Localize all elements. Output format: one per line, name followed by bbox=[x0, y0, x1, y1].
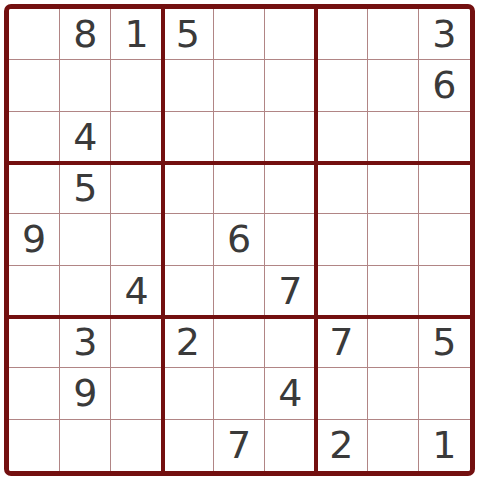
cell-r8c1[interactable] bbox=[9, 368, 60, 419]
cell-r7c2[interactable]: 3 bbox=[60, 317, 111, 368]
cell-r1c9[interactable]: 3 bbox=[419, 9, 470, 60]
cell-r5c2[interactable] bbox=[60, 214, 111, 265]
cell-r6c7[interactable] bbox=[316, 266, 367, 317]
cell-r2c7[interactable] bbox=[316, 60, 367, 111]
cell-r7c3[interactable] bbox=[111, 317, 162, 368]
sudoku-page: 81536459647327594721 bbox=[0, 0, 479, 480]
cell-r4c4[interactable] bbox=[163, 163, 214, 214]
cell-r1c1[interactable] bbox=[9, 9, 60, 60]
cell-r7c8[interactable] bbox=[368, 317, 419, 368]
cell-r2c1[interactable] bbox=[9, 60, 60, 111]
cell-r6c1[interactable] bbox=[9, 266, 60, 317]
cell-r2c5[interactable] bbox=[214, 60, 265, 111]
cell-r1c5[interactable] bbox=[214, 9, 265, 60]
cell-r3c3[interactable] bbox=[111, 112, 162, 163]
cell-r2c6[interactable] bbox=[265, 60, 316, 111]
cell-r8c4[interactable] bbox=[163, 368, 214, 419]
cell-r3c8[interactable] bbox=[368, 112, 419, 163]
cell-r7c9[interactable]: 5 bbox=[419, 317, 470, 368]
cell-r8c7[interactable] bbox=[316, 368, 367, 419]
cell-r1c2[interactable]: 8 bbox=[60, 9, 111, 60]
cell-r9c4[interactable] bbox=[163, 420, 214, 471]
cell-r6c6[interactable]: 7 bbox=[265, 266, 316, 317]
cell-r8c8[interactable] bbox=[368, 368, 419, 419]
cell-r9c1[interactable] bbox=[9, 420, 60, 471]
cell-r2c4[interactable] bbox=[163, 60, 214, 111]
cell-r5c9[interactable] bbox=[419, 214, 470, 265]
cell-r8c5[interactable] bbox=[214, 368, 265, 419]
cell-r4c8[interactable] bbox=[368, 163, 419, 214]
cell-r9c6[interactable] bbox=[265, 420, 316, 471]
cell-r4c3[interactable] bbox=[111, 163, 162, 214]
cell-r3c1[interactable] bbox=[9, 112, 60, 163]
cell-r9c9[interactable]: 1 bbox=[419, 420, 470, 471]
cell-r1c7[interactable] bbox=[316, 9, 367, 60]
cell-r2c8[interactable] bbox=[368, 60, 419, 111]
cell-r3c5[interactable] bbox=[214, 112, 265, 163]
cell-r6c8[interactable] bbox=[368, 266, 419, 317]
cell-r1c8[interactable] bbox=[368, 9, 419, 60]
cell-r4c1[interactable] bbox=[9, 163, 60, 214]
cell-r9c2[interactable] bbox=[60, 420, 111, 471]
cell-r9c5[interactable]: 7 bbox=[214, 420, 265, 471]
cell-r8c6[interactable]: 4 bbox=[265, 368, 316, 419]
cell-r4c7[interactable] bbox=[316, 163, 367, 214]
cell-r4c6[interactable] bbox=[265, 163, 316, 214]
cell-r3c6[interactable] bbox=[265, 112, 316, 163]
cell-r6c4[interactable] bbox=[163, 266, 214, 317]
cell-r5c3[interactable] bbox=[111, 214, 162, 265]
sudoku-board: 81536459647327594721 bbox=[4, 4, 475, 476]
cell-r7c7[interactable]: 7 bbox=[316, 317, 367, 368]
cell-r7c1[interactable] bbox=[9, 317, 60, 368]
cell-r4c9[interactable] bbox=[419, 163, 470, 214]
cell-r1c4[interactable]: 5 bbox=[163, 9, 214, 60]
cell-r3c4[interactable] bbox=[163, 112, 214, 163]
cell-r8c2[interactable]: 9 bbox=[60, 368, 111, 419]
sudoku-grid: 81536459647327594721 bbox=[9, 9, 470, 471]
cell-r3c9[interactable] bbox=[419, 112, 470, 163]
cell-r5c1[interactable]: 9 bbox=[9, 214, 60, 265]
cell-r2c2[interactable] bbox=[60, 60, 111, 111]
cell-r6c9[interactable] bbox=[419, 266, 470, 317]
cell-r8c3[interactable] bbox=[111, 368, 162, 419]
cell-r6c2[interactable] bbox=[60, 266, 111, 317]
cell-r4c2[interactable]: 5 bbox=[60, 163, 111, 214]
cell-r2c3[interactable] bbox=[111, 60, 162, 111]
cell-r9c7[interactable]: 2 bbox=[316, 420, 367, 471]
cell-r5c5[interactable]: 6 bbox=[214, 214, 265, 265]
cell-r1c6[interactable] bbox=[265, 9, 316, 60]
cell-r7c5[interactable] bbox=[214, 317, 265, 368]
cell-r9c3[interactable] bbox=[111, 420, 162, 471]
cell-r3c2[interactable]: 4 bbox=[60, 112, 111, 163]
cell-r5c7[interactable] bbox=[316, 214, 367, 265]
cell-r8c9[interactable] bbox=[419, 368, 470, 419]
cell-r7c6[interactable] bbox=[265, 317, 316, 368]
cell-r5c8[interactable] bbox=[368, 214, 419, 265]
cell-r5c4[interactable] bbox=[163, 214, 214, 265]
cell-r5c6[interactable] bbox=[265, 214, 316, 265]
cell-r3c7[interactable] bbox=[316, 112, 367, 163]
cell-r2c9[interactable]: 6 bbox=[419, 60, 470, 111]
cell-r1c3[interactable]: 1 bbox=[111, 9, 162, 60]
cell-r7c4[interactable]: 2 bbox=[163, 317, 214, 368]
cell-r6c5[interactable] bbox=[214, 266, 265, 317]
cell-r6c3[interactable]: 4 bbox=[111, 266, 162, 317]
cell-r9c8[interactable] bbox=[368, 420, 419, 471]
cell-r4c5[interactable] bbox=[214, 163, 265, 214]
